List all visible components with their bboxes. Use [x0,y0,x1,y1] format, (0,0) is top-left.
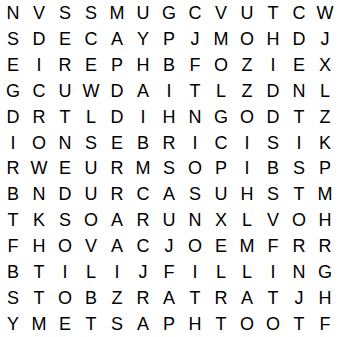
grid-cell[interactable]: V [26,0,52,26]
grid-cell[interactable]: E [78,52,104,78]
grid-cell[interactable]: E [52,26,78,52]
grid-cell[interactable]: O [208,52,234,78]
grid-cell[interactable]: N [0,0,26,26]
grid-cell[interactable]: R [26,104,52,130]
grid-cell[interactable]: D [260,104,286,130]
grid-cell[interactable]: N [182,207,208,233]
grid-cell[interactable]: V [260,207,286,233]
grid-cell[interactable]: D [0,104,26,130]
grid-cell[interactable]: J [286,285,312,311]
grid-cell[interactable]: L [312,78,338,104]
grid-cell[interactable]: C [78,26,104,52]
grid-cell[interactable]: T [0,207,26,233]
grid-cell[interactable]: U [234,0,260,26]
grid-cell[interactable]: S [0,285,26,311]
grid-cell[interactable]: H [312,285,338,311]
grid-cell[interactable]: N [26,181,52,207]
grid-cell[interactable]: A [104,26,130,52]
grid-cell[interactable]: D [260,78,286,104]
grid-cell[interactable]: X [312,52,338,78]
grid-cell[interactable]: G [312,259,338,285]
grid-cell[interactable]: O [286,207,312,233]
grid-cell[interactable]: L [208,259,234,285]
grid-cell[interactable]: S [52,0,78,26]
grid-cell[interactable]: N [286,78,312,104]
grid-cell[interactable]: M [234,233,260,259]
grid-cell[interactable]: L [208,78,234,104]
grid-cell[interactable]: E [52,156,78,182]
grid-cell[interactable]: Y [130,26,156,52]
grid-cell[interactable]: L [78,104,104,130]
grid-cell[interactable]: L [78,259,104,285]
grid-cell[interactable]: N [52,130,78,156]
grid-cell[interactable]: C [26,78,52,104]
grid-cell[interactable]: X [208,207,234,233]
grid-cell[interactable]: T [182,78,208,104]
grid-cell[interactable]: D [104,104,130,130]
grid-cell[interactable]: T [208,311,234,337]
grid-cell[interactable]: A [104,207,130,233]
grid-cell[interactable]: A [130,311,156,337]
grid-cell[interactable]: I [52,259,78,285]
grid-cell[interactable]: S [286,156,312,182]
grid-cell[interactable]: R [156,130,182,156]
grid-cell[interactable]: O [260,311,286,337]
grid-cell[interactable]: G [156,0,182,26]
grid-cell[interactable]: T [26,285,52,311]
grid-cell[interactable]: H [156,104,182,130]
grid-cell[interactable]: C [182,0,208,26]
grid-cell[interactable]: D [26,26,52,52]
grid-cell[interactable]: E [208,233,234,259]
grid-cell[interactable]: H [260,26,286,52]
grid-cell[interactable]: U [156,207,182,233]
grid-cell[interactable]: R [208,285,234,311]
grid-cell[interactable]: S [78,0,104,26]
grid-cell[interactable]: T [286,104,312,130]
grid-cell[interactable]: S [104,311,130,337]
grid-cell[interactable]: W [312,0,338,26]
grid-cell[interactable]: P [208,156,234,182]
grid-cell[interactable]: S [156,156,182,182]
grid-cell[interactable]: H [26,233,52,259]
grid-cell[interactable]: G [0,78,26,104]
grid-cell[interactable]: A [156,285,182,311]
grid-cell[interactable]: K [312,130,338,156]
grid-cell[interactable]: O [234,104,260,130]
grid-cell[interactable]: T [26,259,52,285]
grid-cell[interactable]: K [26,207,52,233]
grid-cell[interactable]: B [0,259,26,285]
grid-cell[interactable]: S [52,207,78,233]
grid-cell[interactable]: B [78,285,104,311]
grid-cell[interactable]: I [0,130,26,156]
grid-cell[interactable]: H [234,181,260,207]
grid-cell[interactable]: H [130,52,156,78]
grid-cell[interactable]: C [130,233,156,259]
grid-cell[interactable]: C [208,130,234,156]
grid-cell[interactable]: E [104,130,130,156]
grid-cell[interactable]: Z [234,78,260,104]
grid-cell[interactable]: O [26,130,52,156]
grid-cell[interactable]: H [312,207,338,233]
grid-cell[interactable]: U [78,156,104,182]
grid-cell[interactable]: R [52,52,78,78]
grid-cell[interactable]: O [52,233,78,259]
grid-cell[interactable]: M [312,181,338,207]
grid-cell[interactable]: Z [312,104,338,130]
grid-cell[interactable]: C [286,0,312,26]
grid-cell[interactable]: P [156,311,182,337]
grid-cell[interactable]: N [286,259,312,285]
grid-cell[interactable]: M [208,26,234,52]
grid-cell[interactable]: T [182,285,208,311]
grid-cell[interactable]: R [130,285,156,311]
grid-cell[interactable]: U [208,181,234,207]
grid-cell[interactable]: T [286,181,312,207]
grid-cell[interactable]: S [78,130,104,156]
grid-cell[interactable]: E [0,52,26,78]
grid-cell[interactable]: S [260,130,286,156]
grid-cell[interactable]: F [156,259,182,285]
grid-cell[interactable]: U [78,181,104,207]
grid-cell[interactable]: R [130,207,156,233]
grid-cell[interactable]: D [286,26,312,52]
grid-cell[interactable]: G [208,104,234,130]
grid-cell[interactable]: F [312,311,338,337]
grid-cell[interactable]: I [234,156,260,182]
grid-cell[interactable]: O [52,285,78,311]
grid-cell[interactable]: S [182,181,208,207]
grid-cell[interactable]: U [130,0,156,26]
grid-cell[interactable]: J [182,26,208,52]
word-search-grid: NVSSMUGCVUTCWSDECAYPJMOHDJEIREPHBFOZIEXG… [0,0,338,337]
grid-cell[interactable]: A [234,285,260,311]
grid-cell[interactable]: J [156,233,182,259]
grid-cell[interactable]: L [234,259,260,285]
grid-cell[interactable]: A [130,78,156,104]
grid-cell[interactable]: O [234,26,260,52]
grid-cell[interactable]: A [104,233,130,259]
grid-cell[interactable]: L [234,207,260,233]
grid-cell[interactable]: S [260,181,286,207]
grid-cell[interactable]: I [182,130,208,156]
grid-cell[interactable]: D [52,181,78,207]
grid-cell[interactable]: I [104,259,130,285]
grid-cell[interactable]: M [26,311,52,337]
grid-cell[interactable]: M [130,156,156,182]
grid-cell[interactable]: F [182,52,208,78]
grid-cell[interactable]: J [312,26,338,52]
grid-cell[interactable]: R [104,181,130,207]
grid-cell[interactable]: B [0,181,26,207]
grid-cell[interactable]: D [104,78,130,104]
grid-cell[interactable]: O [234,311,260,337]
grid-cell[interactable]: F [0,233,26,259]
grid-cell[interactable]: T [286,311,312,337]
grid-cell[interactable]: P [104,52,130,78]
grid-cell[interactable]: F [260,233,286,259]
grid-cell[interactable]: O [78,207,104,233]
grid-cell[interactable]: R [286,233,312,259]
grid-cell[interactable]: Z [104,285,130,311]
grid-cell[interactable]: W [78,78,104,104]
grid-cell[interactable]: I [130,104,156,130]
grid-cell[interactable]: T [260,285,286,311]
grid-cell[interactable]: B [260,156,286,182]
grid-cell[interactable]: T [260,0,286,26]
grid-cell[interactable]: A [156,181,182,207]
grid-cell[interactable]: I [182,259,208,285]
grid-cell[interactable]: E [52,311,78,337]
grid-cell[interactable]: V [78,233,104,259]
grid-cell[interactable]: R [312,233,338,259]
grid-cell[interactable]: B [130,130,156,156]
grid-cell[interactable]: O [182,233,208,259]
grid-cell[interactable]: H [182,311,208,337]
grid-cell[interactable]: T [78,311,104,337]
grid-cell[interactable]: O [182,156,208,182]
grid-cell[interactable]: I [286,130,312,156]
grid-cell[interactable]: I [234,130,260,156]
grid-cell[interactable]: E [286,52,312,78]
grid-cell[interactable]: R [0,156,26,182]
grid-cell[interactable]: I [26,52,52,78]
grid-cell[interactable]: B [156,52,182,78]
grid-cell[interactable]: I [260,259,286,285]
grid-cell[interactable]: P [312,156,338,182]
grid-cell[interactable]: U [52,78,78,104]
grid-cell[interactable]: R [104,156,130,182]
grid-cell[interactable]: J [130,259,156,285]
grid-cell[interactable]: I [156,78,182,104]
grid-cell[interactable]: T [52,104,78,130]
grid-cell[interactable]: V [208,0,234,26]
grid-cell[interactable]: Y [0,311,26,337]
grid-cell[interactable]: S [0,26,26,52]
grid-cell[interactable]: W [26,156,52,182]
grid-cell[interactable]: Z [234,52,260,78]
grid-cell[interactable]: N [182,104,208,130]
grid-cell[interactable]: M [104,0,130,26]
grid-cell[interactable]: I [260,52,286,78]
grid-cell[interactable]: P [156,26,182,52]
grid-cell[interactable]: C [130,181,156,207]
